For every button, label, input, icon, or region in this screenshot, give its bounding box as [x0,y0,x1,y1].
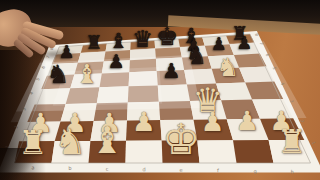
rank-label-right-1: 1 [311,141,317,145]
file-label-c: c [105,166,108,172]
square-b1 [52,141,91,163]
square-e1 [162,140,200,163]
file-label-b: b [68,165,71,171]
board-glare [53,67,163,106]
square-f1 [197,140,236,163]
square-h1 [269,140,311,163]
square-d1 [126,141,163,164]
square-b2 [55,121,94,141]
square-g1 [233,140,274,163]
square-e2 [160,120,197,141]
square-f2 [194,119,234,140]
scene: abcdefgh1122334455667788 ♜♝♛♚♝♜♟♟♟♟♟♞♞♝♟… [0,0,320,180]
square-c1 [89,141,127,163]
file-label-e: e [179,167,182,173]
hand [0,4,84,62]
table-shadow-corner [0,148,40,180]
file-label-g: g [253,168,257,175]
square-d2 [126,120,162,141]
square-c2 [90,121,127,141]
rank-label-right-2: 2 [300,119,306,123]
file-label-d: d [142,166,145,172]
file-label-h: h [290,168,294,174]
